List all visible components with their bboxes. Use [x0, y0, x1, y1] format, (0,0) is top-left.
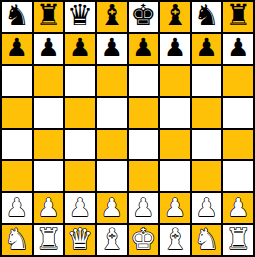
square-g3[interactable] [192, 161, 222, 191]
chess-board: ♞♜♛♝♚♝♞♜♟♟♟♟♟♟♟♟♟♟♟♟♟♟♟♟♞♜♛♝♚♝♞♜ [0, 0, 255, 257]
piece-black-bishop: ♝ [99, 2, 125, 30]
piece-white-pawn: ♟ [37, 195, 59, 220]
square-h8[interactable]: ♜ [223, 2, 253, 32]
square-f7[interactable]: ♟ [160, 34, 190, 64]
square-h3[interactable] [223, 161, 253, 191]
square-e3[interactable] [129, 161, 159, 191]
square-h4[interactable] [223, 130, 253, 160]
square-d8[interactable]: ♝ [97, 2, 127, 32]
square-a2[interactable]: ♟ [2, 193, 32, 223]
piece-white-pawn: ♟ [6, 195, 28, 220]
square-g2[interactable]: ♟ [192, 193, 222, 223]
square-b1[interactable]: ♜ [34, 225, 64, 255]
piece-white-pawn: ♟ [227, 195, 249, 220]
piece-black-queen: ♛ [67, 2, 93, 30]
square-g1[interactable]: ♞ [192, 225, 222, 255]
square-g4[interactable] [192, 130, 222, 160]
square-h7[interactable]: ♟ [223, 34, 253, 64]
piece-black-pawn: ♟ [227, 35, 249, 60]
piece-white-pawn: ♟ [164, 195, 186, 220]
square-b7[interactable]: ♟ [34, 34, 64, 64]
square-b6[interactable] [34, 66, 64, 96]
square-b8[interactable]: ♜ [34, 2, 64, 32]
piece-white-bishop: ♝ [162, 225, 188, 253]
piece-white-pawn: ♟ [100, 195, 122, 220]
square-e1[interactable]: ♚ [129, 225, 159, 255]
square-a1[interactable]: ♞ [2, 225, 32, 255]
piece-white-queen: ♛ [67, 225, 93, 253]
piece-white-pawn: ♟ [132, 195, 154, 220]
square-h5[interactable] [223, 98, 253, 128]
piece-white-bishop: ♝ [99, 225, 125, 253]
square-f5[interactable] [160, 98, 190, 128]
square-b2[interactable]: ♟ [34, 193, 64, 223]
square-g7[interactable]: ♟ [192, 34, 222, 64]
square-f6[interactable] [160, 66, 190, 96]
square-h6[interactable] [223, 66, 253, 96]
square-c3[interactable] [65, 161, 95, 191]
piece-white-knight: ♞ [4, 225, 30, 253]
piece-black-pawn: ♟ [132, 35, 154, 60]
square-f8[interactable]: ♝ [160, 2, 190, 32]
square-a7[interactable]: ♟ [2, 34, 32, 64]
square-b3[interactable] [34, 161, 64, 191]
square-a8[interactable]: ♞ [2, 2, 32, 32]
piece-black-pawn: ♟ [37, 35, 59, 60]
square-d1[interactable]: ♝ [97, 225, 127, 255]
square-d5[interactable] [97, 98, 127, 128]
square-d7[interactable]: ♟ [97, 34, 127, 64]
piece-white-pawn: ♟ [69, 195, 91, 220]
piece-black-knight: ♞ [4, 2, 30, 30]
square-g6[interactable] [192, 66, 222, 96]
piece-black-pawn: ♟ [164, 35, 186, 60]
piece-white-rook: ♜ [35, 225, 61, 253]
piece-black-pawn: ♟ [100, 35, 122, 60]
square-d4[interactable] [97, 130, 127, 160]
square-b4[interactable] [34, 130, 64, 160]
piece-black-bishop: ♝ [162, 2, 188, 30]
square-g5[interactable] [192, 98, 222, 128]
square-c8[interactable]: ♛ [65, 2, 95, 32]
square-e7[interactable]: ♟ [129, 34, 159, 64]
square-h2[interactable]: ♟ [223, 193, 253, 223]
piece-black-pawn: ♟ [69, 35, 91, 60]
piece-black-rook: ♜ [35, 2, 61, 30]
square-a4[interactable] [2, 130, 32, 160]
square-c1[interactable]: ♛ [65, 225, 95, 255]
square-a3[interactable] [2, 161, 32, 191]
square-f3[interactable] [160, 161, 190, 191]
square-e4[interactable] [129, 130, 159, 160]
piece-white-pawn: ♟ [195, 195, 217, 220]
square-d3[interactable] [97, 161, 127, 191]
square-e5[interactable] [129, 98, 159, 128]
piece-black-pawn: ♟ [6, 35, 28, 60]
piece-white-king: ♚ [130, 225, 156, 253]
piece-black-rook: ♜ [225, 2, 251, 30]
square-c5[interactable] [65, 98, 95, 128]
square-c2[interactable]: ♟ [65, 193, 95, 223]
square-f4[interactable] [160, 130, 190, 160]
square-c7[interactable]: ♟ [65, 34, 95, 64]
piece-black-king: ♚ [130, 2, 156, 30]
square-g8[interactable]: ♞ [192, 2, 222, 32]
piece-white-rook: ♜ [225, 225, 251, 253]
square-b5[interactable] [34, 98, 64, 128]
square-d6[interactable] [97, 66, 127, 96]
square-d2[interactable]: ♟ [97, 193, 127, 223]
square-c4[interactable] [65, 130, 95, 160]
square-f1[interactable]: ♝ [160, 225, 190, 255]
square-c6[interactable] [65, 66, 95, 96]
square-f2[interactable]: ♟ [160, 193, 190, 223]
piece-black-pawn: ♟ [195, 35, 217, 60]
square-a6[interactable] [2, 66, 32, 96]
square-h1[interactable]: ♜ [223, 225, 253, 255]
square-e2[interactable]: ♟ [129, 193, 159, 223]
square-e6[interactable] [129, 66, 159, 96]
piece-black-knight: ♞ [194, 2, 220, 30]
square-a5[interactable] [2, 98, 32, 128]
piece-white-knight: ♞ [194, 225, 220, 253]
square-e8[interactable]: ♚ [129, 2, 159, 32]
